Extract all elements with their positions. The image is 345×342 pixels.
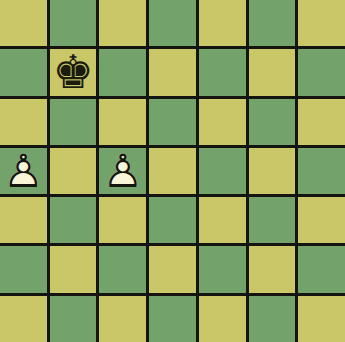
square-r5c6[interactable]	[298, 246, 345, 292]
square-r3c0[interactable]: ♟♙	[0, 148, 47, 194]
square-r2c1[interactable]	[50, 99, 97, 145]
square-r0c5[interactable]	[249, 0, 296, 46]
white-pawn-outline-glyph: ♙	[99, 148, 146, 194]
white-pawn[interactable]: ♟♙	[99, 148, 146, 194]
square-r6c6[interactable]	[298, 296, 345, 342]
square-r6c0[interactable]	[0, 296, 47, 342]
square-r1c5[interactable]	[249, 49, 296, 95]
black-king-glyph: ♚	[50, 49, 97, 95]
square-r2c3[interactable]	[149, 99, 196, 145]
black-king[interactable]: ♚	[50, 49, 97, 95]
square-r4c6[interactable]	[298, 197, 345, 243]
square-r0c0[interactable]	[0, 0, 47, 46]
square-r0c4[interactable]	[199, 0, 246, 46]
square-r1c3[interactable]	[149, 49, 196, 95]
square-r4c4[interactable]	[199, 197, 246, 243]
square-r6c3[interactable]	[149, 296, 196, 342]
white-pawn[interactable]: ♟♙	[0, 148, 47, 194]
square-r4c0[interactable]	[0, 197, 47, 243]
square-r4c1[interactable]	[50, 197, 97, 243]
square-r5c5[interactable]	[249, 246, 296, 292]
square-r2c6[interactable]	[298, 99, 345, 145]
square-r5c1[interactable]	[50, 246, 97, 292]
square-r6c4[interactable]	[199, 296, 246, 342]
square-r5c0[interactable]	[0, 246, 47, 292]
square-r3c4[interactable]	[199, 148, 246, 194]
square-r3c3[interactable]	[149, 148, 196, 194]
square-r5c3[interactable]	[149, 246, 196, 292]
square-r2c0[interactable]	[0, 99, 47, 145]
square-r2c2[interactable]	[99, 99, 146, 145]
square-r1c6[interactable]	[298, 49, 345, 95]
square-r2c4[interactable]	[199, 99, 246, 145]
square-r0c6[interactable]	[298, 0, 345, 46]
square-r6c5[interactable]	[249, 296, 296, 342]
square-r4c2[interactable]	[99, 197, 146, 243]
square-r3c2[interactable]: ♟♙	[99, 148, 146, 194]
square-r0c1[interactable]	[50, 0, 97, 46]
square-r1c0[interactable]	[0, 49, 47, 95]
square-r5c2[interactable]	[99, 246, 146, 292]
square-r4c3[interactable]	[149, 197, 196, 243]
square-r5c4[interactable]	[199, 246, 246, 292]
square-r3c1[interactable]	[50, 148, 97, 194]
square-r4c5[interactable]	[249, 197, 296, 243]
square-r2c5[interactable]	[249, 99, 296, 145]
chess-board: ♚♟♙♟♙	[0, 0, 345, 342]
square-r3c6[interactable]	[298, 148, 345, 194]
square-r6c1[interactable]	[50, 296, 97, 342]
square-r0c2[interactable]	[99, 0, 146, 46]
square-r1c2[interactable]	[99, 49, 146, 95]
square-r6c2[interactable]	[99, 296, 146, 342]
square-r3c5[interactable]	[249, 148, 296, 194]
white-pawn-outline-glyph: ♙	[0, 148, 47, 194]
square-r0c3[interactable]	[149, 0, 196, 46]
square-r1c4[interactable]	[199, 49, 246, 95]
square-r1c1[interactable]: ♚	[50, 49, 97, 95]
